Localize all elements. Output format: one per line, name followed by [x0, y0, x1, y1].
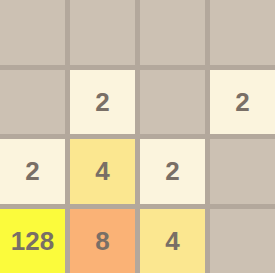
2048-board[interactable]: 2224212884	[0, 0, 275, 273]
tile-2: 2	[140, 139, 205, 204]
tile-8: 8	[70, 209, 135, 273]
empty-cell	[210, 0, 275, 65]
tile-128: 128	[0, 209, 65, 273]
tile-4: 4	[140, 209, 205, 273]
tile-2: 2	[70, 70, 135, 135]
empty-cell	[0, 70, 65, 135]
empty-cell	[140, 70, 205, 135]
empty-cell	[210, 139, 275, 204]
empty-cell	[140, 0, 205, 65]
tile-4: 4	[70, 139, 135, 204]
empty-cell	[70, 0, 135, 65]
empty-cell	[0, 0, 65, 65]
tile-2: 2	[0, 139, 65, 204]
tile-2: 2	[210, 70, 275, 135]
empty-cell	[210, 209, 275, 273]
